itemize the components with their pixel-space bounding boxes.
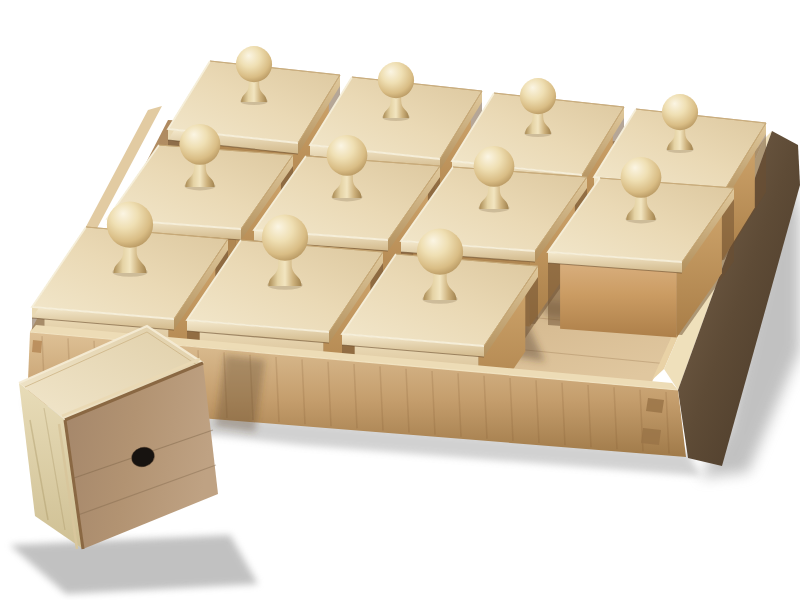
knob-ball [378,62,414,98]
knob-ball [327,135,368,176]
knob-ball [262,215,308,261]
sound-boxes-photo [0,0,800,600]
knob-ball [621,157,662,198]
joint-notch [646,398,664,413]
knob-ball [417,229,463,275]
photo-canvas [0,0,800,600]
knob-ball [236,46,272,82]
knob-ball [474,146,515,187]
joint-notch [32,340,42,353]
knob-ball [520,78,556,114]
removed-box-shadow [10,535,258,594]
knob-ball [180,124,221,165]
knob-ball [662,94,698,130]
knob-ball [107,202,153,248]
joint-notch [641,428,661,445]
